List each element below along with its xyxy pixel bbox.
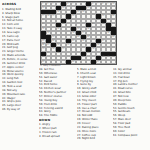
cell-number: 50 [57, 44, 59, 46]
down-clue: 60. Color [113, 130, 148, 133]
across-clue: 30. Went quickly [2, 73, 36, 76]
cell-number: 29 [92, 23, 94, 25]
cell-number: 66 [72, 61, 74, 63]
down-clue: 58. Floor pad [113, 122, 148, 125]
cell-number: 31 [42, 28, 44, 30]
down-clue: 1. Angry [39, 123, 72, 126]
down-clue: 47. Not new [113, 95, 148, 98]
across-clue: 13. Take it easy [2, 27, 36, 30]
across-clue: 36. Took a seat [2, 85, 36, 88]
cell-number: 52 [97, 44, 99, 46]
down-clue: 2. Wheel part [39, 127, 72, 130]
grid-cell [111, 60, 116, 64]
cell-number: 10 [112, 3, 114, 5]
down-clue: 50. Paddle [113, 103, 148, 106]
across-clue: 12. Corn unit [2, 23, 36, 26]
cell-number: 34 [87, 28, 89, 30]
clue-column-2: 48. Set free50. Otherwise51. Salt water5… [39, 68, 72, 149]
cell-number: 41 [87, 36, 89, 38]
cell-number: 4 [67, 3, 68, 5]
down-clue: 29. Night bird [77, 137, 110, 140]
down-clue: 8. Flying toy [77, 80, 110, 83]
cell-number: 17 [42, 15, 44, 17]
down-header: DOWN [39, 119, 72, 123]
across-clue: 57. Dinner course [39, 95, 72, 98]
down-clue: 9. Gone by [77, 83, 110, 86]
cell-number: 14 [57, 11, 59, 13]
cell-number: 48 [42, 44, 44, 46]
cell-number: 63 [107, 56, 109, 58]
across-clue: 24. Made amends [2, 54, 36, 57]
across-clue: 51. Salt water [39, 76, 72, 79]
down-clue: 5. Make a knot [77, 68, 110, 71]
down-clue: 56. Weep [113, 114, 148, 117]
cell-number: 1 [42, 3, 43, 5]
cell-number: 65 [42, 61, 44, 63]
down-clue: 16. Use a chair [77, 107, 110, 110]
cell-number: 24 [67, 19, 69, 21]
across-clue: 21. Golf peg [2, 46, 36, 49]
cell-number: 8 [102, 3, 103, 5]
crossword-page: 1234567891011121314151617181920212223242… [0, 0, 150, 150]
clue-column-1: ACROSS1. Wading bird4. Sharp blow6. Stag… [2, 2, 36, 148]
down-clue: 57. Male deer [113, 118, 148, 121]
cell-number: 16 [82, 11, 84, 13]
cell-number: 64 [112, 56, 114, 58]
cell-number: 35 [47, 32, 49, 34]
down-clue: 10. Sticky stuff [77, 87, 110, 90]
cell-number: 21 [102, 15, 104, 17]
cell-number: 53 [42, 48, 44, 50]
down-clue: 19. Winter flake [77, 118, 110, 121]
cell-number: 47 [102, 40, 104, 42]
cell-number: 7 [97, 3, 98, 5]
across-clue: 42. Wager [2, 97, 36, 100]
clue-column-4: 31. Sly animal33. Hot drink35. Flat boat… [113, 68, 148, 149]
down-clue: 17. Ocean motion [77, 110, 110, 113]
across-clue: 45. Large deer [2, 104, 36, 107]
cell-number: 12 [62, 7, 64, 9]
across-clue: 56. Neither's partner [39, 91, 72, 94]
across-clue: 27. Apple center [2, 66, 36, 69]
across-clue: 17. Paris river [2, 39, 36, 42]
cell-number: 67 [97, 61, 99, 63]
cell-number: 58 [57, 52, 59, 54]
down-clue: 20. Clever [77, 122, 110, 125]
cell-number: 27 [42, 23, 44, 25]
clue-column-3: 5. Make a knot6. Church seat7. Light bro… [77, 68, 110, 149]
across-header: ACROSS [2, 3, 36, 7]
down-clue: 3. Frozen rain [39, 131, 72, 134]
across-clue: 52. Raced [39, 80, 72, 83]
down-clue: 22. Baking place [77, 126, 110, 129]
cell-number: 3 [52, 3, 53, 5]
across-clue: 46. By way of [2, 108, 36, 111]
down-clue: 33. Hot drink [113, 72, 148, 75]
down-clue: 6. Church seat [77, 72, 110, 75]
across-clue: 38. Not any [2, 89, 36, 92]
down-clue: 59. Tree fluid [113, 126, 148, 129]
cell-number: 62 [102, 56, 104, 58]
cell-number: 36 [72, 32, 74, 34]
cell-number: 32 [57, 28, 59, 30]
across-clue: 53. Bird home [39, 83, 72, 86]
down-clue: 4. Bread spread [39, 135, 72, 138]
down-clue: 15. Flower part [77, 103, 110, 106]
cell-number: 44 [52, 40, 54, 42]
down-clue: 53. Gentle touch [113, 107, 148, 110]
cell-number: 19 [52, 15, 54, 17]
across-clue: 50. Otherwise [39, 72, 72, 75]
cell-number: 25 [97, 19, 99, 21]
across-clue: 39. Mountain lake [2, 93, 36, 96]
down-clue: 14. Tiny insect [77, 99, 110, 102]
cell-number: 23 [42, 19, 44, 21]
across-clue: 58. Young boy [39, 99, 72, 102]
cell-number: 13 [87, 7, 89, 9]
across-clue: 32. Long fish [2, 77, 36, 80]
cell-number: 45 [72, 40, 74, 42]
copyright-caption: © Daily Crossword [40, 64, 61, 67]
across-clue: 23. Singer Horne [2, 50, 36, 53]
down-clue: 7. Light brown [77, 76, 110, 79]
cell-number: 33 [77, 28, 79, 30]
cell-number: 39 [52, 36, 54, 38]
cell-number: 55 [62, 48, 64, 50]
down-clue: 31. Sly animal [113, 68, 148, 71]
cell-number: 49 [47, 44, 49, 46]
down-clue: 49. Deep hole [113, 99, 148, 102]
down-clue: 12. Small child [77, 91, 110, 94]
across-clue: 26. Summer drink [2, 62, 36, 65]
across-clue: 20. Mild oath [2, 43, 36, 46]
cell-number: 54 [52, 48, 54, 50]
across-clue: 28. Metal source [2, 70, 36, 73]
cell-number: 60 [42, 56, 44, 58]
cell-number: 15 [77, 11, 79, 13]
cell-number: 61 [82, 56, 84, 58]
cell-number: 46 [82, 40, 84, 42]
across-clue: 43. Ship's pole [2, 100, 36, 103]
cell-number: 30 [102, 23, 104, 25]
across-clue: 11. Not at home [2, 19, 36, 22]
across-clue: 15. Came up [2, 35, 36, 38]
across-clue: 6. Stage part [2, 16, 36, 19]
across-clue: 4. Sharp blow [2, 12, 36, 15]
cell-number: 51 [67, 44, 69, 46]
across-clue: 59. Fruit drink [39, 103, 72, 106]
cell-number: 5 [72, 3, 73, 5]
down-clue: 40. Lamb's mother [113, 83, 148, 86]
down-clue: 41. Road curve [113, 87, 148, 90]
down-clue: 27. Coffee cup [77, 134, 110, 137]
across-clue: 1. Wading bird [2, 8, 36, 11]
down-clue: 35. Flat boat [113, 76, 148, 79]
cell-number: 20 [72, 15, 74, 17]
cell-number: 43 [42, 40, 44, 42]
cell-number: 2 [47, 3, 48, 5]
down-clue: 55. Sunbeam [113, 110, 148, 113]
down-clue: 24. Once more [77, 130, 110, 133]
cell-number: 40 [77, 36, 79, 38]
across-clue: 62. Fencing sword [39, 107, 72, 110]
cell-number: 11 [42, 7, 44, 9]
cell-number: 28 [62, 23, 64, 25]
cell-number: 38 [107, 32, 109, 34]
crossword-grid: 1234567891011121314151617181920212223242… [40, 1, 117, 65]
across-clue: 63. Story [39, 110, 72, 113]
cell-number: 56 [92, 48, 94, 50]
cell-number: 37 [82, 32, 84, 34]
across-clue: 25. Before, in verse [2, 58, 36, 61]
down-clue: 18. Not odd [77, 114, 110, 117]
across-clue: 54. Kitchen wear [39, 87, 72, 90]
down-clue: 37. Pig pen [113, 80, 148, 83]
across-clue: 48. Set free [39, 68, 72, 71]
cell-number: 57 [47, 52, 49, 54]
cell-number: 18 [47, 15, 49, 17]
cell-number: 42 [112, 36, 114, 38]
cell-number: 9 [107, 3, 108, 5]
cell-number: 59 [87, 52, 89, 54]
down-clue: 61. Compass point [113, 134, 148, 137]
cell-number: 6 [92, 3, 93, 5]
cell-number: 26 [107, 19, 109, 21]
cell-number: 22 [112, 15, 114, 17]
down-clue: 13. Grow older [77, 95, 110, 98]
down-clue: 44. Small bite [113, 91, 148, 94]
across-clue: 14. Sea eagle [2, 31, 36, 34]
across-clue: 34. Garden tool [2, 81, 36, 84]
